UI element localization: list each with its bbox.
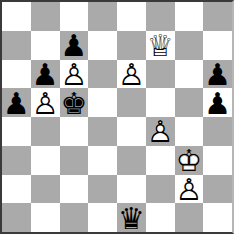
- square-e3[interactable]: [117, 146, 146, 175]
- square-h4[interactable]: [203, 117, 232, 146]
- square-e7[interactable]: [117, 31, 146, 60]
- square-f3[interactable]: [146, 146, 175, 175]
- square-g3[interactable]: ♚♔: [175, 146, 204, 175]
- black-queen-icon: ♛: [117, 203, 146, 232]
- square-b5[interactable]: ♟♙: [31, 88, 60, 117]
- black-pawn-icon: ♟: [203, 88, 232, 117]
- white-pawn-icon: ♟♙: [60, 60, 89, 89]
- square-f1[interactable]: [146, 203, 175, 232]
- square-f4[interactable]: ♟♙: [146, 117, 175, 146]
- square-a5[interactable]: ♟: [2, 88, 31, 117]
- white-king-icon: ♚♔: [175, 146, 204, 175]
- square-c8[interactable]: [60, 2, 89, 31]
- square-g8[interactable]: [175, 2, 204, 31]
- square-g7[interactable]: [175, 31, 204, 60]
- black-pawn-icon: ♟: [31, 60, 60, 89]
- square-f7[interactable]: ♛♕: [146, 31, 175, 60]
- square-b6[interactable]: ♟: [31, 60, 60, 89]
- square-g6[interactable]: [175, 60, 204, 89]
- square-a4[interactable]: [2, 117, 31, 146]
- square-f6[interactable]: [146, 60, 175, 89]
- square-f2[interactable]: [146, 175, 175, 204]
- square-c6[interactable]: ♟♙: [60, 60, 89, 89]
- square-h7[interactable]: [203, 31, 232, 60]
- black-pawn-icon: ♟: [203, 60, 232, 89]
- square-d8[interactable]: [88, 2, 117, 31]
- square-c3[interactable]: [60, 146, 89, 175]
- square-f5[interactable]: [146, 88, 175, 117]
- square-d5[interactable]: [88, 88, 117, 117]
- white-pawn-icon: ♟♙: [146, 117, 175, 146]
- square-e8[interactable]: [117, 2, 146, 31]
- square-a6[interactable]: [2, 60, 31, 89]
- white-pawn-icon: ♟♙: [117, 60, 146, 89]
- chess-board-frame: ♟♛♕♟♟♙♟♙♟♟♟♙♚♟♟♙♚♔♟♙♛: [0, 0, 234, 234]
- square-e2[interactable]: [117, 175, 146, 204]
- white-pawn-icon: ♟♙: [175, 175, 204, 204]
- chess-board: ♟♛♕♟♟♙♟♙♟♟♟♙♚♟♟♙♚♔♟♙♛: [2, 2, 232, 232]
- square-d4[interactable]: [88, 117, 117, 146]
- square-h6[interactable]: ♟: [203, 60, 232, 89]
- square-e4[interactable]: [117, 117, 146, 146]
- square-e6[interactable]: ♟♙: [117, 60, 146, 89]
- white-queen-icon: ♛♕: [146, 31, 175, 60]
- square-h2[interactable]: [203, 175, 232, 204]
- square-f8[interactable]: [146, 2, 175, 31]
- square-b8[interactable]: [31, 2, 60, 31]
- square-a3[interactable]: [2, 146, 31, 175]
- square-d7[interactable]: [88, 31, 117, 60]
- square-c7[interactable]: ♟: [60, 31, 89, 60]
- square-h8[interactable]: [203, 2, 232, 31]
- square-e5[interactable]: [117, 88, 146, 117]
- square-g2[interactable]: ♟♙: [175, 175, 204, 204]
- black-pawn-icon: ♟: [2, 88, 31, 117]
- black-king-icon: ♚: [60, 88, 89, 117]
- square-c5[interactable]: ♚: [60, 88, 89, 117]
- square-a2[interactable]: [2, 175, 31, 204]
- square-b7[interactable]: [31, 31, 60, 60]
- square-a8[interactable]: [2, 2, 31, 31]
- square-g5[interactable]: [175, 88, 204, 117]
- white-pawn-icon: ♟♙: [31, 88, 60, 117]
- square-b4[interactable]: [31, 117, 60, 146]
- square-a7[interactable]: [2, 31, 31, 60]
- square-d6[interactable]: [88, 60, 117, 89]
- square-b1[interactable]: [31, 203, 60, 232]
- square-d1[interactable]: [88, 203, 117, 232]
- black-pawn-icon: ♟: [60, 31, 89, 60]
- square-b3[interactable]: [31, 146, 60, 175]
- square-h1[interactable]: [203, 203, 232, 232]
- square-c1[interactable]: [60, 203, 89, 232]
- square-c2[interactable]: [60, 175, 89, 204]
- square-g1[interactable]: [175, 203, 204, 232]
- square-d2[interactable]: [88, 175, 117, 204]
- square-a1[interactable]: [2, 203, 31, 232]
- square-e1[interactable]: ♛: [117, 203, 146, 232]
- square-g4[interactable]: [175, 117, 204, 146]
- square-d3[interactable]: [88, 146, 117, 175]
- square-h5[interactable]: ♟: [203, 88, 232, 117]
- square-h3[interactable]: [203, 146, 232, 175]
- square-b2[interactable]: [31, 175, 60, 204]
- square-c4[interactable]: [60, 117, 89, 146]
